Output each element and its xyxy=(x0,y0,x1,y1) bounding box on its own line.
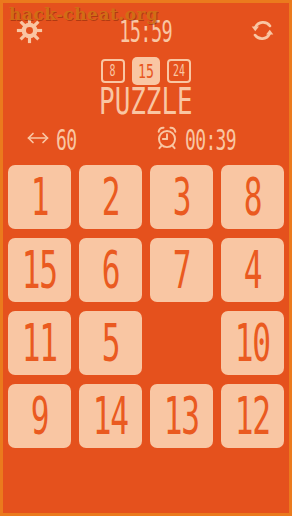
stats-bar: 60 00:39 xyxy=(3,125,289,155)
empty-cell xyxy=(150,311,213,375)
moves-value: 60 xyxy=(56,126,76,155)
tile-8[interactable]: 8 xyxy=(221,165,284,229)
page-title: PUZZLE xyxy=(3,87,289,119)
tile-6[interactable]: 6 xyxy=(79,238,142,302)
timer-value: 00:39 xyxy=(185,126,236,155)
moves-arrow-icon xyxy=(25,130,51,150)
alarm-clock-icon xyxy=(154,125,180,155)
tile-9[interactable]: 9 xyxy=(8,384,71,448)
board-grid: 123815674115109141312 xyxy=(3,165,289,448)
tile-11[interactable]: 11 xyxy=(8,311,71,375)
refresh-icon xyxy=(249,17,276,48)
tile-13[interactable]: 13 xyxy=(150,384,213,448)
tile-4[interactable]: 4 xyxy=(221,238,284,302)
watermark: hack-cheat.org xyxy=(9,4,158,24)
tile-1[interactable]: 1 xyxy=(8,165,71,229)
tile-5[interactable]: 5 xyxy=(79,311,142,375)
timer: 00:39 xyxy=(154,125,267,155)
puzzle-app: hack-cheat.org xyxy=(0,0,292,516)
tile-12[interactable]: 12 xyxy=(221,384,284,448)
tile-2[interactable]: 2 xyxy=(79,165,142,229)
tile-7[interactable]: 7 xyxy=(150,238,213,302)
tile-14[interactable]: 14 xyxy=(79,384,142,448)
moves-counter: 60 xyxy=(25,126,89,155)
tile-15[interactable]: 15 xyxy=(8,238,71,302)
tile-3[interactable]: 3 xyxy=(150,165,213,229)
tile-10[interactable]: 10 xyxy=(221,311,284,375)
restart-button[interactable] xyxy=(249,19,276,46)
